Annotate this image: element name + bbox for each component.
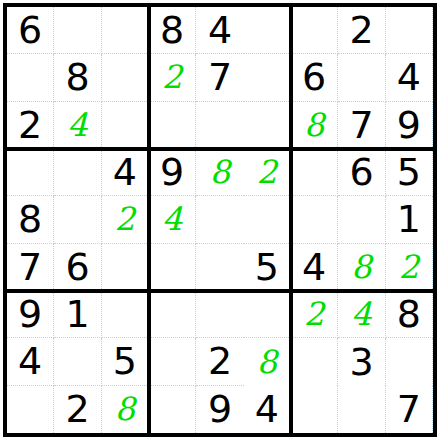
cell-r5c4[interactable]: 4 bbox=[149, 196, 196, 243]
cell-r2c4[interactable]: 2 bbox=[149, 54, 196, 101]
cell-r3c4[interactable] bbox=[149, 102, 196, 149]
cell-r1c8[interactable]: 2 bbox=[338, 7, 385, 54]
cell-r2c2[interactable]: 8 bbox=[54, 54, 101, 101]
cell-r5c3[interactable]: 2 bbox=[102, 196, 149, 243]
cell-r2c7[interactable]: 6 bbox=[291, 54, 338, 101]
cell-r6c2[interactable]: 6 bbox=[54, 244, 101, 291]
cell-r6c1[interactable]: 7 bbox=[7, 244, 54, 291]
cell-r8c3[interactable]: 5 bbox=[102, 338, 149, 385]
cell-r7c2[interactable]: 1 bbox=[54, 291, 101, 338]
cell-r4c4[interactable]: 9 bbox=[149, 149, 196, 196]
cell-r5c7[interactable] bbox=[291, 196, 338, 243]
cell-r8c4[interactable] bbox=[149, 338, 196, 385]
cell-r3c8[interactable]: 7 bbox=[338, 102, 385, 149]
cell-r5c9[interactable]: 1 bbox=[386, 196, 433, 243]
cell-r9c7[interactable] bbox=[291, 386, 338, 433]
cell-r7c8[interactable]: 4 bbox=[338, 291, 385, 338]
cell-r4c1[interactable] bbox=[7, 149, 54, 196]
cell-r1c2[interactable] bbox=[54, 7, 101, 54]
cell-r9c4[interactable] bbox=[149, 386, 196, 433]
cell-r1c3[interactable] bbox=[102, 7, 149, 54]
cell-r6c8[interactable]: 8 bbox=[338, 244, 385, 291]
cell-r6c5[interactable] bbox=[196, 244, 243, 291]
cell-r8c8[interactable]: 3 bbox=[338, 338, 385, 385]
cell-r6c4[interactable] bbox=[149, 244, 196, 291]
cell-r9c6[interactable]: 4 bbox=[244, 386, 291, 433]
cell-r1c5[interactable]: 4 bbox=[196, 7, 243, 54]
cell-r9c2[interactable]: 2 bbox=[54, 386, 101, 433]
cell-r9c9[interactable]: 7 bbox=[386, 386, 433, 433]
cell-r4c5[interactable]: 8 bbox=[196, 149, 243, 196]
cell-r3c1[interactable]: 2 bbox=[7, 102, 54, 149]
cell-r2c1[interactable] bbox=[7, 54, 54, 101]
cell-r3c9[interactable]: 9 bbox=[386, 102, 433, 149]
cell-r8c1[interactable]: 4 bbox=[7, 338, 54, 385]
cell-r4c2[interactable] bbox=[54, 149, 101, 196]
cell-r6c9[interactable]: 2 bbox=[386, 244, 433, 291]
cell-r8c2[interactable] bbox=[54, 338, 101, 385]
cell-r1c6[interactable] bbox=[244, 7, 291, 54]
cell-r1c9[interactable] bbox=[386, 7, 433, 54]
cell-r7c7[interactable]: 2 bbox=[291, 291, 338, 338]
cell-r4c6[interactable]: 2 bbox=[244, 149, 291, 196]
sudoku-board: 6842827642487949826582417654829124845283… bbox=[3, 3, 437, 437]
cell-r2c3[interactable] bbox=[102, 54, 149, 101]
cell-r9c3[interactable]: 8 bbox=[102, 386, 149, 433]
cell-r4c8[interactable]: 6 bbox=[338, 149, 385, 196]
cell-r5c8[interactable] bbox=[338, 196, 385, 243]
cell-r7c4[interactable] bbox=[149, 291, 196, 338]
cell-r1c1[interactable]: 6 bbox=[7, 7, 54, 54]
cell-r8c7[interactable] bbox=[291, 338, 338, 385]
cell-r3c5[interactable] bbox=[196, 102, 243, 149]
cell-r7c6[interactable] bbox=[244, 291, 291, 338]
cell-r5c2[interactable] bbox=[54, 196, 101, 243]
cell-r9c5[interactable]: 9 bbox=[196, 386, 243, 433]
cell-r3c7[interactable]: 8 bbox=[291, 102, 338, 149]
cell-r7c1[interactable]: 9 bbox=[7, 291, 54, 338]
cell-r5c6[interactable] bbox=[244, 196, 291, 243]
cell-r6c7[interactable]: 4 bbox=[291, 244, 338, 291]
cell-r4c9[interactable]: 5 bbox=[386, 149, 433, 196]
cell-r2c9[interactable]: 4 bbox=[386, 54, 433, 101]
cell-r2c6[interactable] bbox=[244, 54, 291, 101]
cell-r5c1[interactable]: 8 bbox=[7, 196, 54, 243]
cell-r4c3[interactable]: 4 bbox=[102, 149, 149, 196]
cell-r9c8[interactable] bbox=[338, 386, 385, 433]
cell-r4c7[interactable] bbox=[291, 149, 338, 196]
cell-r7c5[interactable] bbox=[196, 291, 243, 338]
cell-r3c3[interactable] bbox=[102, 102, 149, 149]
cell-r5c5[interactable] bbox=[196, 196, 243, 243]
cell-r9c1[interactable] bbox=[7, 386, 54, 433]
cell-r6c6[interactable]: 5 bbox=[244, 244, 291, 291]
cell-r6c3[interactable] bbox=[102, 244, 149, 291]
cell-r3c6[interactable] bbox=[244, 102, 291, 149]
cell-r8c5[interactable]: 2 bbox=[196, 338, 243, 385]
cell-r7c3[interactable] bbox=[102, 291, 149, 338]
cell-r7c9[interactable]: 8 bbox=[386, 291, 433, 338]
cell-r2c8[interactable] bbox=[338, 54, 385, 101]
cell-r1c7[interactable] bbox=[291, 7, 338, 54]
cell-r1c4[interactable]: 8 bbox=[149, 7, 196, 54]
cell-r8c9[interactable] bbox=[386, 338, 433, 385]
cell-r8c6[interactable]: 8 bbox=[244, 338, 291, 385]
cell-r2c5[interactable]: 7 bbox=[196, 54, 243, 101]
cell-r3c2[interactable]: 4 bbox=[54, 102, 101, 149]
